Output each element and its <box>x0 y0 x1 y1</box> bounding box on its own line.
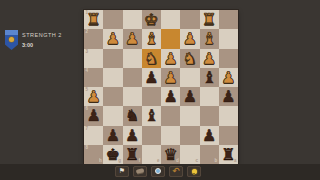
square-g7[interactable]: ♟ <box>103 126 122 145</box>
file-label-d: d <box>176 159 179 164</box>
square-f5[interactable] <box>123 87 142 106</box>
square-h8[interactable]: 8h <box>84 145 103 164</box>
square-d3[interactable]: ♟ <box>161 49 180 68</box>
square-a5[interactable]: ♟ <box>219 87 238 106</box>
square-d7[interactable] <box>161 126 180 145</box>
square-a8[interactable]: a♜ <box>219 145 238 164</box>
square-g8[interactable]: g♚ <box>103 145 122 164</box>
piece-bB[interactable]: ♝ <box>144 106 158 125</box>
square-d5[interactable]: ♟ <box>161 87 180 106</box>
piece-wN[interactable]: ♞ <box>144 49 158 68</box>
file-label-c: c <box>195 159 198 164</box>
piece-bP[interactable]: ♟ <box>183 87 197 106</box>
square-a7[interactable] <box>219 126 238 145</box>
square-f8[interactable]: f♜ <box>123 145 142 164</box>
piece-wP[interactable]: ♟ <box>125 29 139 48</box>
square-h4[interactable]: 4 <box>84 68 103 87</box>
square-e4[interactable]: ♟ <box>142 68 161 87</box>
piece-wP[interactable]: ♟ <box>183 29 197 48</box>
undo-arrow-icon: ↶ <box>172 167 180 176</box>
square-e1[interactable]: ♚ <box>142 10 161 29</box>
piece-wR[interactable]: ♜ <box>86 10 100 29</box>
piece-wP[interactable]: ♟ <box>163 68 177 87</box>
rank-label-7: 7 <box>86 127 89 132</box>
file-label-g: g <box>118 159 121 164</box>
square-a1[interactable] <box>219 10 238 29</box>
square-e3[interactable]: ♞ <box>142 49 161 68</box>
analyze-button[interactable] <box>151 166 165 177</box>
square-h3[interactable]: 3 <box>84 49 103 68</box>
square-f7[interactable]: ♟ <box>123 126 142 145</box>
square-b7[interactable]: ♟ <box>200 126 219 145</box>
square-a6[interactable] <box>219 106 238 125</box>
piece-bB[interactable]: ♝ <box>202 68 216 87</box>
square-d1[interactable] <box>161 10 180 29</box>
piece-wB[interactable]: ♝ <box>202 29 216 48</box>
square-b5[interactable] <box>200 87 219 106</box>
square-h1[interactable]: 1♜ <box>84 10 103 29</box>
file-label-h: h <box>99 159 102 164</box>
square-d6[interactable] <box>161 106 180 125</box>
white-ring-icon <box>155 168 161 174</box>
piece-wB[interactable]: ♝ <box>144 29 158 48</box>
piece-wP[interactable]: ♟ <box>86 87 100 106</box>
opponent-avatar <box>5 30 18 50</box>
square-g5[interactable] <box>103 87 122 106</box>
square-b1[interactable]: ♜ <box>200 10 219 29</box>
undo-button[interactable]: ↶ <box>169 166 183 177</box>
shield-crest-icon <box>9 37 14 42</box>
piece-bP[interactable]: ♟ <box>202 126 216 145</box>
piece-bP[interactable]: ♟ <box>144 68 158 87</box>
piece-bP[interactable]: ♟ <box>106 126 120 145</box>
game-toolbar: ⚑ ↶ <box>0 164 320 180</box>
piece-bP[interactable]: ♟ <box>163 87 177 106</box>
square-c1[interactable] <box>180 10 199 29</box>
piece-wN[interactable]: ♞ <box>183 49 197 68</box>
square-e6[interactable]: ♝ <box>142 106 161 125</box>
square-g3[interactable] <box>103 49 122 68</box>
piece-wP[interactable]: ♟ <box>106 29 120 48</box>
square-g1[interactable] <box>103 10 122 29</box>
square-b2[interactable]: ♝ <box>200 29 219 48</box>
square-e5[interactable] <box>142 87 161 106</box>
file-label-a: a <box>234 159 237 164</box>
chess-app-window: Strength 2 3:00 Player 3:00 1♜♚♜2♟♟♝♟♝3♞… <box>0 0 320 180</box>
piece-wP[interactable]: ♟ <box>163 49 177 68</box>
opponent-name: Strength 2 <box>22 32 62 38</box>
opponent-clock: 3:00 <box>22 42 33 48</box>
square-e2[interactable]: ♝ <box>142 29 161 48</box>
square-a3[interactable] <box>219 49 238 68</box>
piece-bN[interactable]: ♞ <box>125 106 139 125</box>
square-f4[interactable] <box>123 68 142 87</box>
square-d8[interactable]: d♛ <box>161 145 180 164</box>
piece-bP[interactable]: ♟ <box>125 126 139 145</box>
square-c6[interactable] <box>180 106 199 125</box>
square-a4[interactable]: ♟ <box>219 68 238 87</box>
yellow-lightbulb-icon <box>192 169 197 174</box>
square-h6[interactable]: 6♟ <box>84 106 103 125</box>
square-f3[interactable] <box>123 49 142 68</box>
square-d4[interactable]: ♟ <box>161 68 180 87</box>
square-g2[interactable]: ♟ <box>103 29 122 48</box>
square-b6[interactable] <box>200 106 219 125</box>
square-d2[interactable] <box>161 29 180 48</box>
square-c5[interactable]: ♟ <box>180 87 199 106</box>
square-h5[interactable]: 5♟ <box>84 87 103 106</box>
square-a2[interactable] <box>219 29 238 48</box>
rank-label-6: 6 <box>86 107 89 112</box>
square-f6[interactable]: ♞ <box>123 106 142 125</box>
white-flag-icon: ⚑ <box>119 168 125 175</box>
rank-label-5: 5 <box>86 88 89 93</box>
piece-wR[interactable]: ♜ <box>202 10 216 29</box>
handshake-icon <box>136 168 145 173</box>
rank-label-3: 3 <box>86 50 89 55</box>
square-h7[interactable]: 7 <box>84 126 103 145</box>
piece-wK[interactable]: ♚ <box>144 10 158 29</box>
piece-bR[interactable]: ♜ <box>125 145 139 164</box>
square-c3[interactable]: ♞ <box>180 49 199 68</box>
rank-label-4: 4 <box>86 69 89 74</box>
square-c8[interactable]: c <box>180 145 199 164</box>
piece-bP[interactable]: ♟ <box>86 106 100 125</box>
piece-wP[interactable]: ♟ <box>221 68 235 87</box>
file-label-b: b <box>215 159 218 164</box>
chess-board[interactable]: 1♜♚♜2♟♟♝♟♝3♞♟♞♟4♟♟♝♟5♟♟♟♟6♟♞♝7♟♟♟8hg♚f♜e… <box>84 10 238 164</box>
piece-bP[interactable]: ♟ <box>221 87 235 106</box>
opponent-info: Strength 2 3:00 <box>0 15 84 40</box>
square-c2[interactable]: ♟ <box>180 29 199 48</box>
player-info: Player 3:00 <box>0 138 84 154</box>
draw-button[interactable] <box>133 166 147 177</box>
square-b4[interactable]: ♝ <box>200 68 219 87</box>
square-b8[interactable]: b <box>200 145 219 164</box>
file-label-f: f <box>139 159 141 164</box>
rank-label-2: 2 <box>86 30 89 35</box>
square-g4[interactable] <box>103 68 122 87</box>
square-b3[interactable]: ♟ <box>200 49 219 68</box>
file-label-e: e <box>157 159 160 164</box>
square-f1[interactable] <box>123 10 142 29</box>
square-c4[interactable] <box>180 68 199 87</box>
square-e8[interactable]: e <box>142 145 161 164</box>
rank-label-1: 1 <box>86 11 89 16</box>
rank-label-8: 8 <box>86 146 89 151</box>
piece-wP[interactable]: ♟ <box>202 49 216 68</box>
square-f2[interactable]: ♟ <box>123 29 142 48</box>
square-e7[interactable] <box>142 126 161 145</box>
resign-button[interactable]: ⚑ <box>115 166 129 177</box>
square-c7[interactable] <box>180 126 199 145</box>
square-g6[interactable] <box>103 106 122 125</box>
square-h2[interactable]: 2 <box>84 29 103 48</box>
hint-button[interactable] <box>187 166 201 177</box>
